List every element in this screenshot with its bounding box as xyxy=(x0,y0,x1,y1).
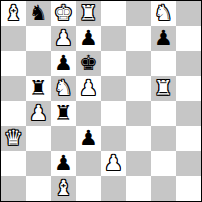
square-e6[interactable] xyxy=(101,51,126,76)
square-b5[interactable]: ♜ xyxy=(26,76,51,101)
square-a3[interactable]: ♛ xyxy=(1,126,26,151)
square-b2[interactable] xyxy=(26,151,51,176)
square-c1[interactable]: ♝ xyxy=(51,176,76,201)
black-pawn-d3: ♟ xyxy=(79,126,98,151)
black-pawn-c6: ♟ xyxy=(54,51,73,76)
square-b4[interactable]: ♟ xyxy=(26,101,51,126)
square-e1[interactable] xyxy=(101,176,126,201)
square-h8[interactable] xyxy=(176,1,201,26)
square-c7[interactable]: ♟ xyxy=(51,26,76,51)
square-a4[interactable] xyxy=(1,101,26,126)
black-pawn-d7: ♟ xyxy=(79,26,98,51)
square-h7[interactable] xyxy=(176,26,201,51)
square-e4[interactable] xyxy=(101,101,126,126)
white-bishop-a8: ♝ xyxy=(4,1,23,26)
black-king-d6: ♚ xyxy=(79,51,98,76)
square-a1[interactable] xyxy=(1,176,26,201)
white-queen-a3: ♛ xyxy=(4,126,23,151)
square-g1[interactable] xyxy=(151,176,176,201)
square-h5[interactable] xyxy=(176,76,201,101)
square-d2[interactable] xyxy=(76,151,101,176)
square-a8[interactable]: ♝ xyxy=(1,1,26,26)
white-rook-d8: ♜ xyxy=(79,1,98,26)
square-c5[interactable]: ♞ xyxy=(51,76,76,101)
square-h1[interactable] xyxy=(176,176,201,201)
square-f3[interactable] xyxy=(126,126,151,151)
square-b6[interactable] xyxy=(26,51,51,76)
square-g3[interactable] xyxy=(151,126,176,151)
square-f2[interactable] xyxy=(126,151,151,176)
white-pawn-e2: ♟ xyxy=(104,151,123,176)
square-h4[interactable] xyxy=(176,101,201,126)
square-h3[interactable] xyxy=(176,126,201,151)
square-f5[interactable] xyxy=(126,76,151,101)
square-b8[interactable]: ♞ xyxy=(26,1,51,26)
square-g7[interactable]: ♟ xyxy=(151,26,176,51)
square-f6[interactable] xyxy=(126,51,151,76)
white-knight-g8: ♞ xyxy=(154,1,173,26)
square-a6[interactable] xyxy=(1,51,26,76)
square-g8[interactable]: ♞ xyxy=(151,1,176,26)
black-knight-b8: ♞ xyxy=(29,1,48,26)
white-bishop-c1: ♝ xyxy=(54,176,73,201)
square-f4[interactable] xyxy=(126,101,151,126)
square-g6[interactable] xyxy=(151,51,176,76)
white-rook-g5: ♜ xyxy=(154,76,173,101)
square-h6[interactable] xyxy=(176,51,201,76)
square-c8[interactable]: ♚ xyxy=(51,1,76,26)
square-e3[interactable] xyxy=(101,126,126,151)
square-d3[interactable]: ♟ xyxy=(76,126,101,151)
chess-board: ♝♞♚♜♞♟♟♟♟♚♜♞♟♜♟♜♛♟♟♟♝ xyxy=(0,0,202,202)
black-rook-b5: ♜ xyxy=(29,76,48,101)
square-a2[interactable] xyxy=(1,151,26,176)
square-c2[interactable]: ♟ xyxy=(51,151,76,176)
square-d7[interactable]: ♟ xyxy=(76,26,101,51)
square-e5[interactable] xyxy=(101,76,126,101)
square-g2[interactable] xyxy=(151,151,176,176)
square-a7[interactable] xyxy=(1,26,26,51)
square-d8[interactable]: ♜ xyxy=(76,1,101,26)
square-c4[interactable]: ♜ xyxy=(51,101,76,126)
square-f7[interactable] xyxy=(126,26,151,51)
white-pawn-c7: ♟ xyxy=(54,26,73,51)
black-rook-c4: ♜ xyxy=(54,101,73,126)
square-g4[interactable] xyxy=(151,101,176,126)
square-c6[interactable]: ♟ xyxy=(51,51,76,76)
square-g5[interactable]: ♜ xyxy=(151,76,176,101)
square-f8[interactable] xyxy=(126,1,151,26)
square-b7[interactable] xyxy=(26,26,51,51)
square-b3[interactable] xyxy=(26,126,51,151)
square-d4[interactable] xyxy=(76,101,101,126)
square-b1[interactable] xyxy=(26,176,51,201)
white-knight-c5: ♞ xyxy=(54,76,73,101)
black-pawn-c2: ♟ xyxy=(54,151,73,176)
square-e7[interactable] xyxy=(101,26,126,51)
black-pawn-g7: ♟ xyxy=(154,26,173,51)
square-d6[interactable]: ♚ xyxy=(76,51,101,76)
square-h2[interactable] xyxy=(176,151,201,176)
square-e8[interactable] xyxy=(101,1,126,26)
square-f1[interactable] xyxy=(126,176,151,201)
square-d1[interactable] xyxy=(76,176,101,201)
white-king-c8: ♚ xyxy=(54,1,73,26)
white-pawn-d5: ♟ xyxy=(79,76,98,101)
square-a5[interactable] xyxy=(1,76,26,101)
square-d5[interactable]: ♟ xyxy=(76,76,101,101)
square-c3[interactable] xyxy=(51,126,76,151)
square-e2[interactable]: ♟ xyxy=(101,151,126,176)
white-pawn-b4: ♟ xyxy=(29,101,48,126)
